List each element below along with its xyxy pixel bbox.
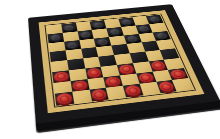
checker-groove-ring xyxy=(98,39,108,45)
checker-groove-ring xyxy=(127,87,138,94)
checker-groove-ring xyxy=(93,91,104,99)
checker-groove-ring xyxy=(153,62,164,69)
red-checker[interactable] xyxy=(56,93,73,105)
photo-background xyxy=(0,0,220,139)
checker-groove-ring xyxy=(68,42,77,48)
checker-groove-ring xyxy=(56,73,66,80)
checker-groove-ring xyxy=(150,17,160,22)
checker-groove-ring xyxy=(160,83,172,90)
checker-groove-ring xyxy=(140,74,151,81)
checker-groove-ring xyxy=(139,26,149,31)
checker-groove-ring xyxy=(157,33,167,39)
red-checker[interactable] xyxy=(124,85,142,97)
board-border-mat xyxy=(39,10,205,113)
checker-groove-ring xyxy=(127,36,137,42)
checker-groove-ring xyxy=(89,69,99,76)
checkers-board xyxy=(28,4,220,124)
square-r8c1[interactable] xyxy=(55,92,74,106)
checker-groove-ring xyxy=(59,95,70,103)
square-r8c8[interactable] xyxy=(172,78,193,91)
checker-groove-ring xyxy=(74,82,85,89)
board-pinstripe-border xyxy=(44,14,196,108)
checker-groove-ring xyxy=(51,35,60,41)
checker-groove-ring xyxy=(65,25,74,30)
checker-groove-ring xyxy=(110,29,120,35)
red-checker[interactable] xyxy=(90,89,107,101)
checker-groove-ring xyxy=(108,78,119,85)
checker-groove-ring xyxy=(81,32,90,38)
checker-groove-ring xyxy=(93,22,102,27)
checker-groove-ring xyxy=(172,70,183,77)
checker-groove-ring xyxy=(121,66,132,73)
board-grid xyxy=(46,15,193,106)
checker-groove-ring xyxy=(122,19,131,24)
